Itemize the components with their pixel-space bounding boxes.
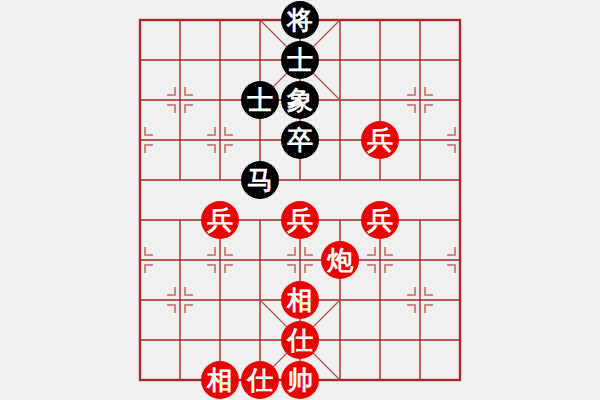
piece-black-advisor[interactable]: 士 (281, 41, 319, 79)
xiangqi-board[interactable]: 将士士象卒马兵兵兵兵炮相仕相仕帅 (0, 0, 600, 400)
piece-black-soldier[interactable]: 卒 (281, 121, 319, 159)
piece-red-elephant[interactable]: 相 (201, 361, 239, 399)
piece-black-advisor[interactable]: 士 (241, 81, 279, 119)
piece-red-soldier[interactable]: 兵 (361, 201, 399, 239)
xiangqi-app-background: 将士士象卒马兵兵兵兵炮相仕相仕帅 (0, 0, 600, 400)
piece-black-general[interactable]: 将 (281, 1, 319, 39)
piece-red-soldier[interactable]: 兵 (281, 201, 319, 239)
piece-red-elephant[interactable]: 相 (281, 281, 319, 319)
piece-black-horse[interactable]: 马 (241, 161, 279, 199)
piece-black-elephant[interactable]: 象 (281, 81, 319, 119)
piece-red-soldier[interactable]: 兵 (361, 121, 399, 159)
piece-red-soldier[interactable]: 兵 (201, 201, 239, 239)
piece-red-advisor[interactable]: 仕 (281, 321, 319, 359)
piece-red-cannon[interactable]: 炮 (321, 241, 359, 279)
pieces-grid: 将士士象卒马兵兵兵兵炮相仕相仕帅 (120, 0, 480, 400)
piece-red-advisor[interactable]: 仕 (241, 361, 279, 399)
piece-red-general[interactable]: 帅 (281, 361, 319, 399)
